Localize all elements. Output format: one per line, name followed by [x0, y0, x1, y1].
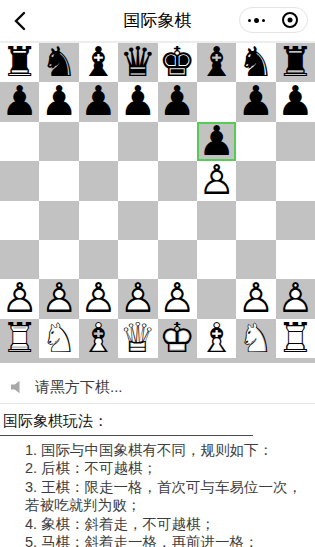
square-a3[interactable]	[0, 240, 39, 279]
rules-title-underline	[0, 435, 253, 436]
square-h2[interactable]: ♟♙	[276, 279, 315, 318]
black-bishop: ♝	[197, 43, 236, 82]
square-h5[interactable]	[276, 161, 315, 200]
square-b2[interactable]: ♟♙	[39, 279, 78, 318]
square-h6[interactable]	[276, 122, 315, 161]
white-pawn-fill: ♟	[197, 161, 236, 200]
square-c4[interactable]	[79, 201, 118, 240]
rule-line: 若被吃就判为败；	[0, 496, 315, 514]
square-c8[interactable]: ♝	[79, 43, 118, 82]
square-d4[interactable]	[118, 201, 157, 240]
white-pawn: ♙	[197, 161, 236, 200]
white-pawn-fill: ♟	[118, 279, 157, 318]
square-b1[interactable]: ♞♘	[39, 319, 78, 358]
black-pawn: ♟	[118, 82, 157, 121]
square-f4[interactable]	[197, 201, 236, 240]
white-pawn-fill: ♟	[39, 279, 78, 318]
status-bar: 请黑方下棋...	[0, 371, 315, 404]
rule-line: 2. 后棋：不可越棋；	[0, 459, 315, 477]
square-e2[interactable]: ♟♙	[158, 279, 197, 318]
square-e4[interactable]	[158, 201, 197, 240]
white-pawn: ♙	[79, 279, 118, 318]
black-pawn: ♟	[236, 82, 275, 121]
black-pawn: ♟	[39, 82, 78, 121]
square-c7[interactable]: ♟	[79, 82, 118, 121]
rule-line: 3. 王棋：限走一格，首次可与车易位一次，	[0, 478, 315, 496]
square-g3[interactable]	[236, 240, 275, 279]
square-g5[interactable]	[236, 161, 275, 200]
square-f7[interactable]	[197, 82, 236, 121]
more-dots-icon	[248, 19, 251, 22]
square-f1[interactable]: ♝♗	[197, 319, 236, 358]
square-f3[interactable]	[197, 240, 236, 279]
square-f2[interactable]	[197, 279, 236, 318]
white-pawn-fill: ♟	[0, 279, 39, 318]
square-g2[interactable]: ♟♙	[236, 279, 275, 318]
square-c3[interactable]	[79, 240, 118, 279]
white-pawn-fill: ♟	[79, 279, 118, 318]
white-pawn-fill: ♟	[236, 279, 275, 318]
rule-line: 1. 国际与中国象棋有不同，规则如下：	[0, 441, 315, 459]
black-rook: ♜	[0, 43, 39, 82]
square-a6[interactable]	[0, 122, 39, 161]
white-bishop: ♗	[197, 319, 236, 358]
square-e1[interactable]: ♚♔	[158, 319, 197, 358]
white-bishop-fill: ♝	[79, 319, 118, 358]
white-knight: ♘	[39, 319, 78, 358]
white-rook-fill: ♜	[276, 319, 315, 358]
square-g4[interactable]	[236, 201, 275, 240]
speaker-icon	[10, 380, 26, 394]
square-d7[interactable]: ♟	[118, 82, 157, 121]
black-pawn: ♟	[79, 82, 118, 121]
square-c5[interactable]	[79, 161, 118, 200]
square-d6[interactable]	[118, 122, 157, 161]
square-b3[interactable]	[39, 240, 78, 279]
square-f6[interactable]: ♟	[197, 122, 236, 161]
square-d2[interactable]: ♟♙	[118, 279, 157, 318]
square-c1[interactable]: ♝♗	[79, 319, 118, 358]
square-e7[interactable]: ♟	[158, 82, 197, 121]
square-d8[interactable]: ♛	[118, 43, 157, 82]
black-queen: ♛	[118, 43, 157, 82]
white-rook-fill: ♜	[0, 319, 39, 358]
rules-list: 1. 国际与中国象棋有不同，规则如下：2. 后棋：不可越棋；3. 王棋：限走一格…	[0, 441, 315, 547]
square-e3[interactable]	[158, 240, 197, 279]
white-pawn-fill: ♟	[158, 279, 197, 318]
white-bishop-fill: ♝	[197, 319, 236, 358]
rule-line: 4. 象棋：斜着走，不可越棋；	[0, 515, 315, 533]
square-e5[interactable]	[158, 161, 197, 200]
square-c2[interactable]: ♟♙	[79, 279, 118, 318]
square-d3[interactable]	[118, 240, 157, 279]
black-knight: ♞	[39, 43, 78, 82]
rules-title: 国际象棋玩法：	[0, 411, 315, 431]
white-knight: ♘	[236, 319, 275, 358]
black-knight: ♞	[236, 43, 275, 82]
chess-board[interactable]: ♜♞♝♛♚♝♞♜♟♟♟♟♟♟♟♟♟♙♟♙♟♙♟♙♟♙♟♙♟♙♟♙♜♖♞♘♝♗♛♕…	[0, 43, 315, 363]
white-queen: ♕	[118, 319, 157, 358]
black-pawn: ♟	[197, 122, 236, 161]
square-b7[interactable]: ♟	[39, 82, 78, 121]
exit-circle-icon	[282, 12, 298, 28]
square-d5[interactable]	[118, 161, 157, 200]
turn-status-text: 请黑方下棋...	[35, 378, 123, 397]
square-b6[interactable]	[39, 122, 78, 161]
more-button[interactable]	[240, 8, 274, 32]
square-a4[interactable]	[0, 201, 39, 240]
white-pawn: ♙	[39, 279, 78, 318]
white-bishop: ♗	[79, 319, 118, 358]
white-queen-fill: ♛	[118, 319, 157, 358]
nav-bar: 国际象棋	[0, 0, 315, 43]
square-g1[interactable]: ♞♘	[236, 319, 275, 358]
white-pawn: ♙	[158, 279, 197, 318]
white-pawn: ♙	[118, 279, 157, 318]
white-pawn-fill: ♟	[276, 279, 315, 318]
square-a5[interactable]	[0, 161, 39, 200]
square-f8[interactable]: ♝	[197, 43, 236, 82]
white-king-fill: ♚	[158, 319, 197, 358]
square-g6[interactable]	[236, 122, 275, 161]
white-pawn: ♙	[276, 279, 315, 318]
white-knight-fill: ♞	[236, 319, 275, 358]
square-a7[interactable]: ♟	[0, 82, 39, 121]
square-b8[interactable]: ♞	[39, 43, 78, 82]
white-rook: ♖	[276, 319, 315, 358]
white-knight-fill: ♞	[39, 319, 78, 358]
black-pawn: ♟	[276, 82, 315, 121]
black-rook: ♜	[276, 43, 315, 82]
square-c6[interactable]	[79, 122, 118, 161]
square-b4[interactable]	[39, 201, 78, 240]
square-h1[interactable]: ♜♖	[276, 319, 315, 358]
black-bishop: ♝	[79, 43, 118, 82]
white-pawn: ♙	[0, 279, 39, 318]
black-pawn: ♟	[0, 82, 39, 121]
black-king: ♚	[158, 43, 197, 82]
square-e8[interactable]: ♚	[158, 43, 197, 82]
square-g8[interactable]: ♞	[236, 43, 275, 82]
square-f5[interactable]: ♟♙	[197, 161, 236, 200]
square-g7[interactable]: ♟	[236, 82, 275, 121]
black-pawn: ♟	[158, 82, 197, 121]
white-rook: ♖	[0, 319, 39, 358]
square-a1[interactable]: ♜♖	[0, 319, 39, 358]
square-h3[interactable]	[276, 240, 315, 279]
rule-line: 5. 马棋：斜着走一格，再前进一格；	[0, 533, 315, 547]
white-king: ♔	[158, 319, 197, 358]
square-e6[interactable]	[158, 122, 197, 161]
rules-section: 国际象棋玩法： 1. 国际与中国象棋有不同，规则如下：2. 后棋：不可越棋；3.…	[0, 404, 315, 547]
square-h8[interactable]: ♜	[276, 43, 315, 82]
square-h7[interactable]: ♟	[276, 82, 315, 121]
square-d1[interactable]: ♛♕	[118, 319, 157, 358]
white-pawn: ♙	[236, 279, 275, 318]
exit-button[interactable]	[274, 8, 308, 32]
square-a8[interactable]: ♜	[0, 43, 39, 82]
square-h4[interactable]	[276, 201, 315, 240]
wechat-capsule	[239, 7, 308, 33]
square-a2[interactable]: ♟♙	[0, 279, 39, 318]
square-b5[interactable]	[39, 161, 78, 200]
